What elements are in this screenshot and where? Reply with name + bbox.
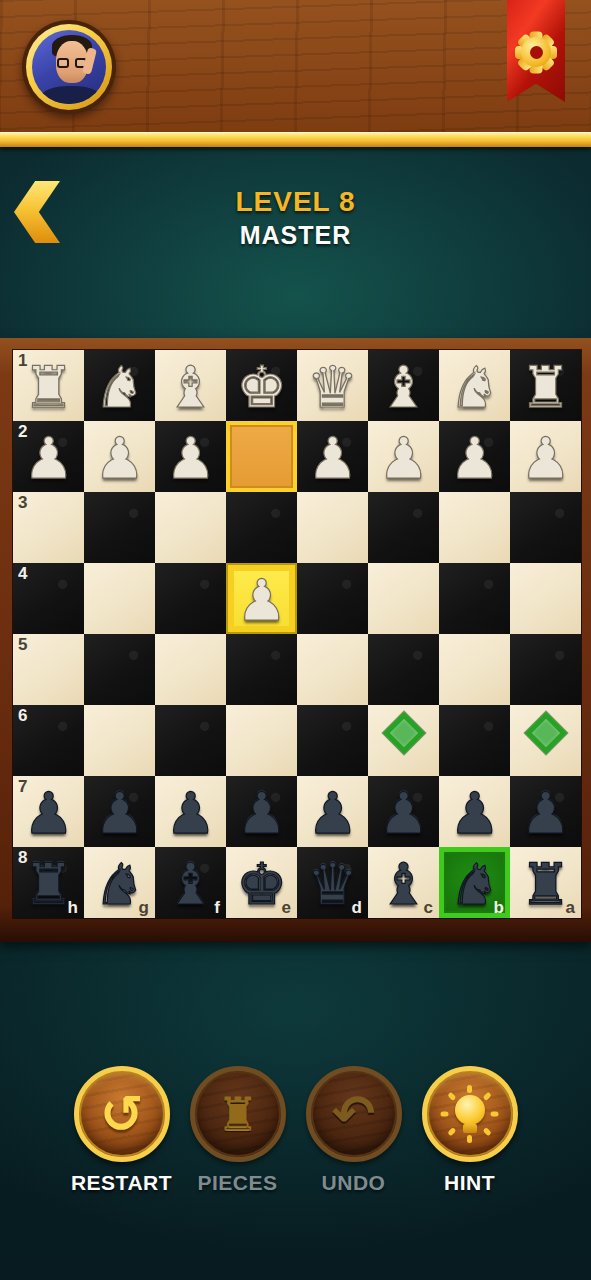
undo-label: UNDO — [322, 1171, 386, 1195]
square-g7[interactable]: ♟ — [84, 776, 155, 847]
rank-label-7: 7 — [18, 777, 27, 797]
square-g1[interactable]: ♞ — [84, 350, 155, 421]
square-a5[interactable] — [510, 634, 581, 705]
square-e7[interactable]: ♟ — [226, 776, 297, 847]
square-c2[interactable]: ♟ — [368, 421, 439, 492]
square-e1[interactable]: ♚ — [226, 350, 297, 421]
square-a8[interactable]: a♜ — [510, 847, 581, 918]
square-b3[interactable] — [439, 492, 510, 563]
piece-black-pawn[interactable]: ♟ — [297, 776, 368, 847]
square-a7[interactable]: ♟ — [510, 776, 581, 847]
file-label-e: e — [282, 898, 291, 918]
rank-label-2: 2 — [18, 422, 27, 442]
piece-white-rook[interactable]: ♜ — [510, 350, 581, 421]
rook-icon: ♜ — [195, 1071, 281, 1157]
piece-white-queen[interactable]: ♛ — [297, 350, 368, 421]
hint-target-diamond — [524, 712, 566, 754]
restart-button[interactable]: ↺ — [74, 1066, 170, 1162]
piece-white-pawn[interactable]: ♟ — [297, 421, 368, 492]
level-title: LEVEL 8 — [0, 186, 591, 218]
rank-label-4: 4 — [18, 564, 27, 584]
square-e2[interactable] — [226, 421, 297, 492]
square-d1[interactable]: ♛ — [297, 350, 368, 421]
square-e4[interactable]: ♟ — [226, 563, 297, 634]
piece-white-bishop[interactable]: ♝ — [155, 350, 226, 421]
piece-white-king[interactable]: ♚ — [226, 350, 297, 421]
undo-arrow-icon: ↶ — [311, 1071, 397, 1157]
square-h3[interactable]: 3 — [13, 492, 84, 563]
lightbulb-icon — [440, 1084, 500, 1144]
square-f5[interactable] — [155, 634, 226, 705]
piece-black-pawn[interactable]: ♟ — [368, 776, 439, 847]
square-f1[interactable]: ♝ — [155, 350, 226, 421]
square-a2[interactable]: ♟ — [510, 421, 581, 492]
tool-hint: HINT — [417, 1066, 523, 1195]
level-subtitle: MASTER — [0, 221, 591, 250]
hint-label: HINT — [444, 1171, 495, 1195]
square-h6[interactable]: 6 — [13, 705, 84, 776]
pieces-button[interactable]: ♜ — [190, 1066, 286, 1162]
hint-target-diamond — [382, 712, 424, 754]
square-c1[interactable]: ♝ — [368, 350, 439, 421]
square-c4[interactable] — [368, 563, 439, 634]
piece-white-pawn[interactable]: ♟ — [510, 421, 581, 492]
square-b4[interactable] — [439, 563, 510, 634]
square-a6[interactable] — [510, 705, 581, 776]
header-gold-trim — [0, 132, 591, 147]
square-d5[interactable] — [297, 634, 368, 705]
square-b7[interactable]: ♟ — [439, 776, 510, 847]
piece-white-pawn[interactable]: ♟ — [439, 421, 510, 492]
square-g4[interactable] — [84, 563, 155, 634]
square-b1[interactable]: ♞ — [439, 350, 510, 421]
restart-arrow-icon: ↺ — [79, 1071, 165, 1157]
square-h2[interactable]: 2♟ — [13, 421, 84, 492]
square-b8[interactable]: b♞ — [439, 847, 510, 918]
top-bar — [0, 0, 591, 147]
piece-white-pawn[interactable]: ♟ — [84, 421, 155, 492]
hint-button[interactable] — [422, 1066, 518, 1162]
square-c3[interactable] — [368, 492, 439, 563]
square-c5[interactable] — [368, 634, 439, 705]
square-d2[interactable]: ♟ — [297, 421, 368, 492]
square-f7[interactable]: ♟ — [155, 776, 226, 847]
square-d4[interactable] — [297, 563, 368, 634]
rank-label-5: 5 — [18, 635, 27, 655]
file-label-g: g — [139, 898, 149, 918]
square-f2[interactable]: ♟ — [155, 421, 226, 492]
undo-button[interactable]: ↶ — [306, 1066, 402, 1162]
square-e5[interactable] — [226, 634, 297, 705]
square-h5[interactable]: 5 — [13, 634, 84, 705]
square-a1[interactable]: ♜ — [510, 350, 581, 421]
chess-board: 1♜♞♝♚♛♝♞♜2♟♟♟♟♟♟♟34♟567♟♟♟♟♟♟♟♟8h♜g♞f♝e♚… — [13, 350, 581, 918]
piece-white-bishop[interactable]: ♝ — [368, 350, 439, 421]
square-g6[interactable] — [84, 705, 155, 776]
piece-white-pawn[interactable]: ♟ — [226, 563, 297, 634]
square-d6[interactable] — [297, 705, 368, 776]
piece-black-pawn[interactable]: ♟ — [510, 776, 581, 847]
piece-white-knight[interactable]: ♞ — [439, 350, 510, 421]
square-f3[interactable] — [155, 492, 226, 563]
square-h7[interactable]: 7♟ — [13, 776, 84, 847]
restart-label: RESTART — [71, 1171, 172, 1195]
square-e6[interactable] — [226, 705, 297, 776]
square-g3[interactable] — [84, 492, 155, 563]
chess-board-frame: 1♜♞♝♚♛♝♞♜2♟♟♟♟♟♟♟34♟567♟♟♟♟♟♟♟♟8h♜g♞f♝e♚… — [0, 338, 591, 942]
square-c6[interactable] — [368, 705, 439, 776]
square-b6[interactable] — [439, 705, 510, 776]
square-b5[interactable] — [439, 634, 510, 705]
square-e3[interactable] — [226, 492, 297, 563]
rank-label-6: 6 — [18, 706, 27, 726]
tool-undo: ↶ UNDO — [301, 1066, 407, 1195]
piece-black-pawn[interactable]: ♟ — [84, 776, 155, 847]
tool-restart: ↺ RESTART — [69, 1066, 175, 1195]
square-h4[interactable]: 4 — [13, 563, 84, 634]
file-label-h: h — [68, 898, 78, 918]
square-a3[interactable] — [510, 492, 581, 563]
square-h8[interactable]: 8h♜ — [13, 847, 84, 918]
rank-label-3: 3 — [18, 493, 27, 513]
settings-ribbon[interactable] — [507, 0, 565, 102]
rank-label-8: 8 — [18, 848, 27, 868]
square-g5[interactable] — [84, 634, 155, 705]
gear-icon — [515, 31, 557, 73]
square-f6[interactable] — [155, 705, 226, 776]
file-label-a: a — [566, 898, 575, 918]
file-label-f: f — [214, 898, 220, 918]
piece-white-pawn[interactable]: ♟ — [155, 421, 226, 492]
piece-black-pawn[interactable]: ♟ — [226, 776, 297, 847]
rank-label-1: 1 — [18, 351, 27, 371]
square-f8[interactable]: f♝ — [155, 847, 226, 918]
chess-app-screen: LEVEL 8 MASTER 1♜♞♝♚♛♝♞♜2♟♟♟♟♟♟♟34♟567♟♟… — [0, 0, 591, 1280]
square-b2[interactable]: ♟ — [439, 421, 510, 492]
pieces-label: PIECES — [197, 1171, 277, 1195]
square-d7[interactable]: ♟ — [297, 776, 368, 847]
avatar-photo — [32, 30, 106, 104]
avatar[interactable] — [22, 20, 116, 114]
piece-black-pawn[interactable]: ♟ — [155, 776, 226, 847]
square-c7[interactable]: ♟ — [368, 776, 439, 847]
square-e8[interactable]: e♚ — [226, 847, 297, 918]
square-h1[interactable]: 1♜ — [13, 350, 84, 421]
file-label-d: d — [352, 898, 362, 918]
square-d8[interactable]: d♛ — [297, 847, 368, 918]
square-g8[interactable]: g♞ — [84, 847, 155, 918]
piece-white-knight[interactable]: ♞ — [84, 350, 155, 421]
square-f4[interactable] — [155, 563, 226, 634]
piece-black-pawn[interactable]: ♟ — [439, 776, 510, 847]
square-g2[interactable]: ♟ — [84, 421, 155, 492]
square-d3[interactable] — [297, 492, 368, 563]
file-label-c: c — [424, 898, 433, 918]
file-label-b: b — [494, 898, 504, 918]
toolbar: ↺ RESTART ♜ PIECES ↶ UNDO — [0, 1066, 591, 1195]
square-c8[interactable]: c♝ — [368, 847, 439, 918]
tool-pieces: ♜ PIECES — [185, 1066, 291, 1195]
square-a4[interactable] — [510, 563, 581, 634]
piece-white-pawn[interactable]: ♟ — [368, 421, 439, 492]
